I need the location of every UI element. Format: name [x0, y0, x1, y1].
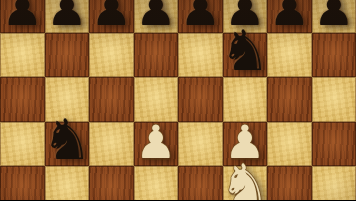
square-e7[interactable]: ♟ [178, 0, 223, 33]
black-pawn[interactable]: ♟ [269, 0, 310, 32]
square-g3[interactable] [267, 166, 312, 200]
black-pawn[interactable]: ♟ [180, 0, 221, 32]
square-c6[interactable] [89, 33, 134, 78]
square-e6[interactable] [178, 33, 223, 78]
white-knight[interactable]: ♞ [220, 157, 270, 201]
square-a6[interactable] [0, 33, 45, 78]
square-h4[interactable] [312, 122, 356, 167]
square-e4[interactable] [178, 122, 223, 167]
square-b6[interactable] [45, 33, 90, 78]
black-pawn[interactable]: ♟ [313, 0, 354, 32]
square-a4[interactable] [0, 122, 45, 167]
square-c3[interactable] [89, 166, 134, 200]
square-h7[interactable]: ♟ [312, 0, 356, 33]
square-h6[interactable] [312, 33, 356, 78]
white-pawn[interactable]: ♟ [135, 119, 176, 165]
square-h3[interactable] [312, 166, 356, 200]
black-knight[interactable]: ♞ [220, 23, 270, 79]
square-g5[interactable] [267, 77, 312, 122]
black-pawn[interactable]: ♟ [91, 0, 132, 32]
chess-app-viewport: ♟♟♟♟♟♟♟♟♞♞♟♟♞ [0, 0, 356, 200]
square-d6[interactable] [134, 33, 179, 78]
square-f3[interactable]: ♞ [223, 166, 268, 200]
square-d3[interactable] [134, 166, 179, 200]
square-a7[interactable]: ♟ [0, 0, 45, 33]
square-b7[interactable]: ♟ [45, 0, 90, 33]
square-g7[interactable]: ♟ [267, 0, 312, 33]
square-d4[interactable]: ♟ [134, 122, 179, 167]
square-b4[interactable]: ♞ [45, 122, 90, 167]
square-f6[interactable]: ♞ [223, 33, 268, 78]
square-e3[interactable] [178, 166, 223, 200]
chess-board: ♟♟♟♟♟♟♟♟♞♞♟♟♞ [0, 0, 356, 200]
square-g4[interactable] [267, 122, 312, 167]
square-c4[interactable] [89, 122, 134, 167]
square-a3[interactable] [0, 166, 45, 200]
square-d7[interactable]: ♟ [134, 0, 179, 33]
square-c5[interactable] [89, 77, 134, 122]
square-c7[interactable]: ♟ [89, 0, 134, 33]
square-b3[interactable] [45, 166, 90, 200]
square-e5[interactable] [178, 77, 223, 122]
black-knight[interactable]: ♞ [42, 112, 92, 168]
black-pawn[interactable]: ♟ [46, 0, 87, 32]
square-h5[interactable] [312, 77, 356, 122]
black-pawn[interactable]: ♟ [135, 0, 176, 32]
square-g6[interactable] [267, 33, 312, 78]
black-pawn[interactable]: ♟ [2, 0, 43, 32]
square-a5[interactable] [0, 77, 45, 122]
